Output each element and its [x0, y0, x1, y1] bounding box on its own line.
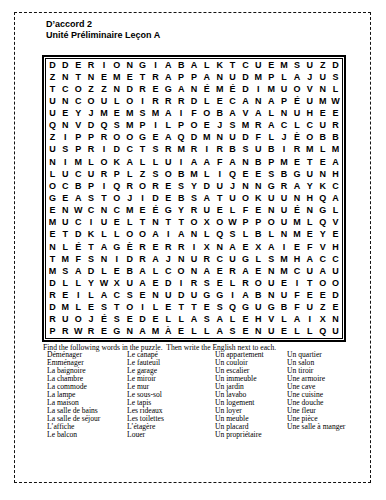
letter-cell: L: [149, 156, 162, 168]
letter-cell: U: [226, 253, 239, 265]
letter-cell: S: [291, 59, 304, 71]
letter-cell: C: [110, 205, 123, 217]
letter-cell: É: [149, 205, 162, 217]
word-search-board-inner-border: DDERIONGIABALKTCUEMSUZDZNTNEMETRAPPANUDM…: [45, 58, 343, 339]
letter-cell: U: [85, 168, 98, 180]
letter-cell: E: [123, 71, 136, 83]
letter-cell: R: [149, 71, 162, 83]
letter-cell: I: [97, 144, 110, 156]
letter-cell: U: [59, 314, 72, 326]
letter-cell: U: [278, 217, 291, 229]
letter-cell: Z: [136, 168, 149, 180]
letter-cell: Q: [213, 229, 226, 241]
letter-cell: A: [252, 108, 265, 120]
letter-cell: W: [97, 277, 110, 289]
letter-cell: N: [123, 59, 136, 71]
letter-cell: S: [85, 192, 98, 204]
letter-cell: M: [291, 217, 304, 229]
letter-cell: P: [188, 71, 201, 83]
letter-cell: I: [97, 59, 110, 71]
letter-cell: L: [97, 265, 110, 277]
letter-cell: S: [110, 120, 123, 132]
letter-cell: O: [72, 83, 85, 95]
letter-cell: L: [329, 205, 342, 217]
letter-cell: P: [252, 217, 265, 229]
letter-cell: N: [188, 83, 201, 95]
letter-cell: D: [46, 59, 59, 71]
letter-cell: P: [46, 326, 59, 338]
letter-cell: R: [46, 314, 59, 326]
letter-cell: M: [291, 229, 304, 241]
letter-cell: E: [265, 59, 278, 71]
letter-cell: J: [85, 314, 98, 326]
letter-cell: A: [239, 95, 252, 107]
letter-cell: L: [278, 71, 291, 83]
letter-cell: P: [265, 156, 278, 168]
letter-cell: N: [265, 205, 278, 217]
letter-cell: S: [226, 326, 239, 338]
letter-cell: E: [252, 205, 265, 217]
letter-cell: L: [188, 326, 201, 338]
letter-cell: F: [291, 302, 304, 314]
letter-cell: E: [200, 120, 213, 132]
letter-cell: O: [291, 83, 304, 95]
letter-cell: É: [291, 205, 304, 217]
letter-cell: B: [252, 289, 265, 301]
letter-cell: U: [265, 277, 278, 289]
letter-cell: T: [226, 59, 239, 71]
letter-cell: O: [252, 277, 265, 289]
letter-cell: C: [72, 95, 85, 107]
letter-cell: D: [72, 229, 85, 241]
letter-cell: E: [162, 302, 175, 314]
letter-cell: A: [329, 192, 342, 204]
letter-cell: C: [162, 265, 175, 277]
letter-cell: E: [162, 180, 175, 192]
letter-cell: A: [72, 192, 85, 204]
letter-cell: L: [226, 205, 239, 217]
letter-cell: U: [316, 120, 329, 132]
letter-cell: X: [200, 217, 213, 229]
letter-cell: V: [329, 217, 342, 229]
letter-cell: F: [72, 253, 85, 265]
letter-cell: L: [200, 168, 213, 180]
letter-cell: I: [72, 289, 85, 301]
letter-cell: S: [200, 314, 213, 326]
letter-cell: R: [85, 326, 98, 338]
letter-cell: R: [97, 168, 110, 180]
letter-cell: U: [303, 265, 316, 277]
letter-cell: C: [72, 217, 85, 229]
letter-cell: U: [226, 71, 239, 83]
letter-cell: M: [59, 253, 72, 265]
letter-cell: V: [72, 120, 85, 132]
title-block: D’accord 2 Unité Préliminaire Leçon A: [46, 19, 160, 41]
letter-cell: L: [149, 265, 162, 277]
letter-cell: A: [136, 277, 149, 289]
letter-cell: T: [72, 71, 85, 83]
letter-cell: L: [175, 314, 188, 326]
letter-cell: G: [136, 59, 149, 71]
letter-cell: R: [278, 180, 291, 192]
letter-cell: E: [123, 314, 136, 326]
letter-cell: X: [316, 314, 329, 326]
letter-cell: U: [265, 192, 278, 204]
letter-cell: D: [59, 59, 72, 71]
letter-cell: L: [316, 144, 329, 156]
letter-cell: I: [85, 217, 98, 229]
letter-cell: T: [136, 144, 149, 156]
letter-cell: L: [59, 277, 72, 289]
letter-cell: É: [226, 83, 239, 95]
letter-cell: D: [239, 132, 252, 144]
letter-cell: A: [303, 253, 316, 265]
letter-cell: O: [110, 192, 123, 204]
letter-cell: A: [213, 314, 226, 326]
letter-cell: A: [226, 156, 239, 168]
letter-cell: B: [278, 168, 291, 180]
letter-cell: D: [136, 314, 149, 326]
letter-cell: B: [316, 132, 329, 144]
letter-cell: C: [59, 180, 72, 192]
letter-cell: U: [291, 108, 304, 120]
letter-cell: E: [46, 205, 59, 217]
letter-cell: U: [329, 326, 342, 338]
letter-cell: N: [59, 95, 72, 107]
letter-cell: N: [149, 289, 162, 301]
letter-cell: V: [303, 83, 316, 95]
letter-cell: I: [149, 59, 162, 71]
letter-cell: Z: [316, 302, 329, 314]
letter-cell: R: [59, 326, 72, 338]
letter-cell: R: [239, 277, 252, 289]
letter-cell: L: [162, 314, 175, 326]
letter-cell: J: [303, 71, 316, 83]
letter-cell: J: [123, 192, 136, 204]
letter-cell: N: [329, 314, 342, 326]
letter-cell: D: [162, 277, 175, 289]
letter-cell: S: [149, 168, 162, 180]
letter-cell: S: [226, 120, 239, 132]
letter-cell: E: [97, 71, 110, 83]
letter-cell: E: [175, 326, 188, 338]
letter-cell: L: [110, 95, 123, 107]
letter-cell: U: [97, 217, 110, 229]
letter-cell: O: [188, 217, 201, 229]
letter-cell: E: [329, 229, 342, 241]
letter-cell: U: [162, 289, 175, 301]
letter-cell: P: [110, 168, 123, 180]
letter-cell: I: [175, 108, 188, 120]
letter-cell: E: [316, 156, 329, 168]
letter-cell: W: [329, 95, 342, 107]
letter-cell: A: [175, 83, 188, 95]
letter-cell: T: [59, 229, 72, 241]
letter-cell: N: [316, 168, 329, 180]
letter-cell: Y: [303, 180, 316, 192]
letter-cell: M: [46, 265, 59, 277]
letter-cell: A: [188, 59, 201, 71]
letter-cell: O: [136, 180, 149, 192]
letter-cell: U: [97, 95, 110, 107]
letter-cell: R: [175, 95, 188, 107]
letter-cell: C: [123, 144, 136, 156]
letter-cell: F: [188, 108, 201, 120]
letter-cell: S: [213, 302, 226, 314]
letter-cell: U: [252, 144, 265, 156]
doc-subtitle: Unité Préliminaire Leçon A: [46, 30, 160, 41]
letter-cell: M: [316, 95, 329, 107]
letter-cell: È: [123, 241, 136, 253]
letter-cell: C: [85, 205, 98, 217]
letter-cell: A: [200, 71, 213, 83]
letter-cell: C: [72, 168, 85, 180]
letter-cell: Q: [46, 120, 59, 132]
letter-cell: O: [123, 302, 136, 314]
letter-cell: L: [85, 156, 98, 168]
letter-cell: É: [97, 314, 110, 326]
letter-cell: P: [85, 180, 98, 192]
letter-cell: A: [265, 95, 278, 107]
letter-cell: D: [329, 289, 342, 301]
letter-cell: M: [278, 265, 291, 277]
letter-cell: G: [162, 205, 175, 217]
letter-cell: U: [252, 302, 265, 314]
letter-cell: R: [85, 59, 98, 71]
letter-cell: D: [149, 192, 162, 204]
letter-cell: A: [188, 314, 201, 326]
letter-cell: N: [252, 95, 265, 107]
letter-cell: U: [329, 265, 342, 277]
letter-cell: G: [213, 289, 226, 301]
letter-cell: S: [149, 144, 162, 156]
letter-cell: T: [85, 241, 98, 253]
letter-cell: U: [188, 289, 201, 301]
letter-cell: T: [188, 302, 201, 314]
letter-cell: I: [162, 229, 175, 241]
letter-cell: U: [46, 108, 59, 120]
letter-cell: L: [46, 168, 59, 180]
letter-cell: L: [123, 217, 136, 229]
letter-cell: S: [200, 277, 213, 289]
letter-cell: K: [110, 156, 123, 168]
letter-cell: U: [303, 59, 316, 71]
letter-cell: S: [123, 289, 136, 301]
letter-cell: G: [291, 168, 304, 180]
letter-cell: L: [123, 168, 136, 180]
letter-cell: E: [110, 265, 123, 277]
letter-cell: L: [265, 229, 278, 241]
letter-cell: K: [213, 59, 226, 71]
letter-cell: U: [59, 168, 72, 180]
letter-cell: E: [213, 205, 226, 217]
letter-cell: L: [59, 241, 72, 253]
letter-cell: U: [162, 156, 175, 168]
letter-cell: A: [123, 156, 136, 168]
letter-cell: G: [110, 326, 123, 338]
letter-cell: O: [97, 156, 110, 168]
letter-cell: D: [188, 95, 201, 107]
letter-cell: O: [72, 314, 85, 326]
letter-cell: E: [59, 289, 72, 301]
letter-cell: U: [226, 192, 239, 204]
letter-cell: I: [136, 192, 149, 204]
letter-cell: R: [188, 205, 201, 217]
letter-cell: V: [265, 314, 278, 326]
letter-cell: D: [85, 265, 98, 277]
letter-cell: E: [252, 265, 265, 277]
letter-cell: B: [329, 132, 342, 144]
letter-cell: C: [291, 265, 304, 277]
letter-cell: O: [200, 108, 213, 120]
letter-cell: E: [162, 192, 175, 204]
letter-cell: N: [265, 289, 278, 301]
letter-cell: R: [136, 253, 149, 265]
letter-cell: D: [85, 120, 98, 132]
letter-cell: A: [226, 108, 239, 120]
letter-cell: S: [265, 253, 278, 265]
letter-cell: D: [123, 253, 136, 265]
letter-cell: N: [213, 132, 226, 144]
letter-cell: L: [149, 302, 162, 314]
letter-cell: E: [316, 289, 329, 301]
letter-cell: Z: [85, 83, 98, 95]
letter-cell: H: [329, 168, 342, 180]
letter-cell: T: [303, 277, 316, 289]
letter-cell: B: [252, 156, 265, 168]
letter-cell: P: [278, 95, 291, 107]
letter-cell: U: [316, 71, 329, 83]
letter-cell: D: [239, 83, 252, 95]
letter-cell: E: [278, 326, 291, 338]
letter-cell: M: [303, 144, 316, 156]
letter-cell: R: [97, 132, 110, 144]
letter-cell: P: [239, 217, 252, 229]
letter-cell: A: [226, 241, 239, 253]
letter-cell: C: [316, 253, 329, 265]
letter-cell: V: [316, 241, 329, 253]
letter-cell: U: [303, 168, 316, 180]
letter-cell: M: [149, 326, 162, 338]
letter-cell: L: [97, 229, 110, 241]
letter-cell: V: [239, 108, 252, 120]
letter-cell: R: [329, 120, 342, 132]
letter-cell: L: [239, 229, 252, 241]
letter-cell: L: [162, 120, 175, 132]
letter-cell: O: [123, 95, 136, 107]
letter-cell: E: [85, 302, 98, 314]
letter-cell: M: [46, 217, 59, 229]
letter-cell: M: [175, 144, 188, 156]
letter-cell: A: [72, 265, 85, 277]
letter-cell: K: [316, 180, 329, 192]
letter-cell: É: [200, 83, 213, 95]
letter-cell: I: [278, 241, 291, 253]
letter-cell: Z: [46, 132, 59, 144]
letter-cell: C: [226, 95, 239, 107]
letter-cell: K: [85, 229, 98, 241]
letter-cell: O: [110, 132, 123, 144]
letter-cell: A: [200, 156, 213, 168]
letter-cell: I: [175, 156, 188, 168]
letter-cell: A: [291, 71, 304, 83]
letter-cell: G: [239, 253, 252, 265]
letter-cell: E: [149, 132, 162, 144]
letter-cell: G: [162, 83, 175, 95]
letter-cell: T: [175, 217, 188, 229]
letter-cell: U: [252, 59, 265, 71]
letter-cell: E: [136, 205, 149, 217]
letter-cell: P: [85, 132, 98, 144]
letter-cell: A: [329, 156, 342, 168]
letter-cell: E: [291, 156, 304, 168]
letter-cell: D: [200, 180, 213, 192]
letter-cell: A: [239, 265, 252, 277]
letter-cell: L: [200, 229, 213, 241]
letter-cell: I: [136, 302, 149, 314]
letter-cell: R: [226, 265, 239, 277]
letter-cell: M: [110, 71, 123, 83]
letter-cell: U: [188, 253, 201, 265]
letter-cell: N: [278, 229, 291, 241]
letter-cell: L: [303, 217, 316, 229]
letter-cell: A: [162, 132, 175, 144]
letter-cell: K: [252, 192, 265, 204]
letter-cell: U: [59, 217, 72, 229]
letter-cell: C: [329, 253, 342, 265]
letter-cell: W: [226, 217, 239, 229]
letter-cell: D: [46, 277, 59, 289]
letter-cell: U: [278, 205, 291, 217]
letter-cell: T: [303, 156, 316, 168]
letter-cell: N: [239, 180, 252, 192]
letter-cell: U: [303, 302, 316, 314]
letter-cell: E: [149, 241, 162, 253]
letter-cell: R: [136, 83, 149, 95]
letter-cell: M: [278, 59, 291, 71]
letter-cell: G: [316, 205, 329, 217]
letter-cell: J: [213, 120, 226, 132]
letter-cell: E: [110, 108, 123, 120]
letter-cell: N: [291, 192, 304, 204]
letter-cell: U: [123, 277, 136, 289]
letter-cell: Y: [175, 205, 188, 217]
letter-cell: L: [329, 83, 342, 95]
letter-cell: E: [239, 241, 252, 253]
letter-cell: B: [213, 108, 226, 120]
letter-cell: A: [136, 265, 149, 277]
letter-cell: T: [136, 71, 149, 83]
letter-cell: L: [110, 229, 123, 241]
letter-cell: E: [213, 265, 226, 277]
word-column-4: Un quartierUn salonUn tiroirUne armoireU…: [287, 351, 345, 431]
letter-cell: S: [97, 302, 110, 314]
letter-cell: M: [149, 108, 162, 120]
letter-cell: R: [252, 120, 265, 132]
letter-cell: P: [72, 144, 85, 156]
letter-cell: N: [303, 205, 316, 217]
word-item: Une salle à manger: [287, 423, 345, 431]
letter-cell: O: [329, 277, 342, 289]
letter-cell: S: [110, 314, 123, 326]
letter-cell: N: [252, 326, 265, 338]
letter-cell: L: [291, 326, 304, 338]
letter-cell: I: [213, 168, 226, 180]
letter-cell: T: [213, 192, 226, 204]
letter-cell: B: [72, 180, 85, 192]
letter-cell: F: [239, 205, 252, 217]
letter-cell: E: [59, 192, 72, 204]
